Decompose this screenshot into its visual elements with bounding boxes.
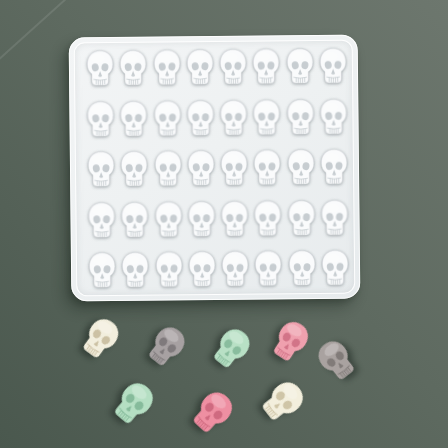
cast-skull-gray [310, 333, 364, 389]
mold-cavity-skull [317, 44, 348, 91]
mold-cavity-skull [285, 145, 316, 192]
mold-cavity-skull [187, 247, 218, 294]
skull-icon [318, 94, 349, 141]
skull-icon [153, 197, 184, 244]
skull-icon [86, 198, 117, 245]
skull-icon [204, 321, 258, 377]
skull-icon [104, 375, 161, 433]
skull-icon [319, 145, 350, 192]
cast-skull-cream [73, 311, 126, 367]
cast-skull-cream [253, 374, 311, 431]
skull-icon [219, 196, 250, 243]
skull-icon [187, 247, 218, 294]
skull-icon [253, 247, 284, 294]
mold-cavity-skull [86, 147, 117, 194]
skull-icon [85, 97, 116, 144]
skull-icon [87, 248, 118, 295]
mold-cavity-skull [218, 95, 249, 142]
skull-icon [251, 95, 282, 142]
mold-cavity-skull [86, 198, 117, 245]
skull-icon [86, 147, 117, 194]
cast-skull-pink [264, 314, 316, 369]
mold-cavity-skull [118, 46, 149, 93]
skull-icon [253, 196, 284, 243]
skull-icon [185, 96, 216, 143]
mold-cavity-skull [219, 196, 250, 243]
mold-cavity-skull [151, 45, 182, 92]
skull-icon [186, 197, 217, 244]
skull-icon [120, 197, 151, 244]
skull-icon [139, 319, 193, 375]
cast-skull-mint [104, 375, 161, 433]
skull-icon [151, 45, 182, 92]
skull-icon [220, 247, 251, 294]
skull-icon [85, 46, 116, 93]
mold-cavity-skull [253, 196, 284, 243]
mold-cavity-skull [218, 45, 249, 92]
mold-cavity-skull [318, 94, 349, 141]
mold-cavity-skull [252, 145, 283, 192]
silicone-mold [69, 34, 361, 301]
mold-cavity-skull [87, 248, 118, 295]
mold-cavity-skull [286, 246, 317, 293]
skull-icon [251, 44, 282, 91]
skull-icon [118, 46, 149, 93]
skull-icon [264, 314, 316, 369]
mold-cavity-skull [152, 96, 183, 143]
mold-cavity-skull [253, 247, 284, 294]
skull-icon [218, 45, 249, 92]
cast-skull-pink [183, 384, 241, 442]
skull-icon [319, 195, 350, 242]
mold-cavity-skull [319, 145, 350, 192]
mold-cavity-skull [219, 146, 250, 193]
photo-scene [0, 0, 448, 448]
mold-cavity-skull [251, 95, 282, 142]
skull-icon [73, 311, 126, 367]
skull-icon [152, 147, 183, 194]
mold-cavity-skull [319, 195, 350, 242]
mold-cavity-skull [85, 46, 116, 93]
mold-cavity-skull [285, 95, 316, 142]
cast-skull-mint [204, 321, 258, 377]
skull-icon [252, 145, 283, 192]
mold-cavity-skull [320, 246, 351, 293]
skull-icon [286, 196, 317, 243]
mold-cavity-skull [153, 197, 184, 244]
mold-cavity-skull [120, 248, 151, 295]
skull-icon [286, 246, 317, 293]
mold-cavity-skull [186, 146, 217, 193]
skull-icon [320, 246, 351, 293]
skull-icon [310, 333, 364, 389]
skull-icon [219, 146, 250, 193]
skull-icon [285, 95, 316, 142]
skull-icon [119, 147, 150, 194]
skull-icon [186, 146, 217, 193]
mold-cavity-skull [184, 45, 215, 92]
mold-cavity-skull [118, 96, 149, 143]
table-seam [0, 0, 79, 63]
mold-cavity-skull [185, 96, 216, 143]
skull-icon [184, 45, 215, 92]
mold-cavity-skull [120, 197, 151, 244]
cast-skull-gray [139, 319, 193, 375]
mold-cavity-skull [153, 248, 184, 295]
skull-icon [218, 95, 249, 142]
mold-cavity-skull [152, 147, 183, 194]
mold-cavity-skull [220, 247, 251, 294]
skull-icon [152, 96, 183, 143]
skull-icon [284, 44, 315, 91]
mold-cavity-skull [119, 147, 150, 194]
mold-cavity-skull [284, 44, 315, 91]
skull-icon [118, 96, 149, 143]
skull-icon [153, 248, 184, 295]
mold-cavity-skull [85, 97, 116, 144]
skull-icon [120, 248, 151, 295]
mold-cavity-skull [286, 196, 317, 243]
mold-cavity-skull [251, 44, 282, 91]
skull-icon [183, 384, 241, 442]
mold-grid [85, 44, 351, 296]
skull-icon [253, 374, 311, 431]
mold-cavity-skull [186, 197, 217, 244]
skull-icon [317, 44, 348, 91]
skull-icon [285, 145, 316, 192]
